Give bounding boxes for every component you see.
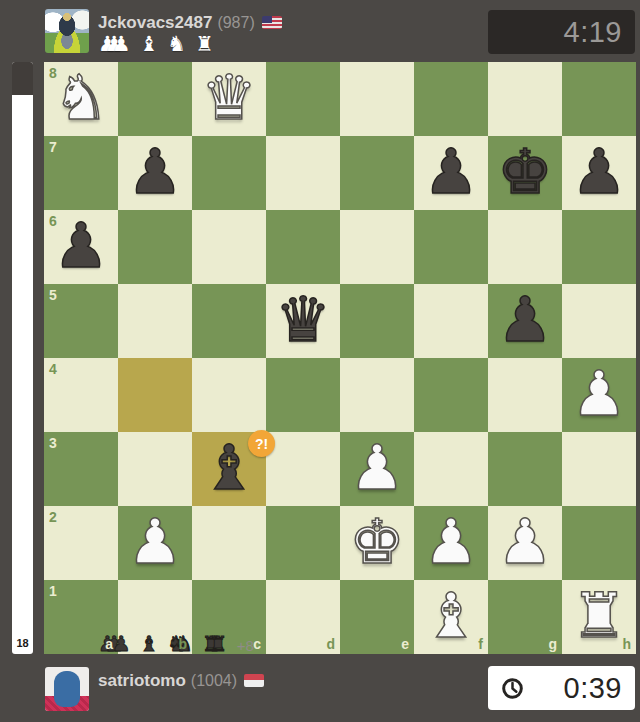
evaluation-score: 18 [12,637,33,649]
square-a2[interactable]: 2 [44,506,118,580]
rank-label-1: 1 [49,583,57,599]
square-a3[interactable]: 3 [44,432,118,506]
square-b7[interactable]: ♟ [118,136,192,210]
square-g7[interactable]: ♚ [488,136,562,210]
file-label-e: e [401,636,409,652]
square-f7[interactable]: ♟ [414,136,488,210]
square-e7[interactable] [340,136,414,210]
square-e1[interactable]: e [340,580,414,654]
square-a8[interactable]: 8♞ [44,62,118,136]
captured-pawn-icon: ♟ [112,33,131,55]
square-g2[interactable]: ♟ [488,506,562,580]
file-label-g: g [548,636,557,652]
square-h1[interactable]: h♜ [562,580,636,654]
black-pawn[interactable]: ♟ [118,136,192,210]
material-advantage: +8 [237,637,254,655]
top-player-bar: Jckovacs2487(987) ♟♟♟♝♞♜ 4:19 [0,0,640,62]
rank-label-4: 4 [49,361,57,377]
white-bishop[interactable]: ♝ [414,580,488,654]
captured-knight-group: ♞ [167,33,186,55]
square-d1[interactable]: d [266,580,340,654]
captured-rook-group: ♜ [195,33,214,55]
square-e8[interactable] [340,62,414,136]
captured-rook-group: ♜♜ [202,633,228,655]
square-d8[interactable] [266,62,340,136]
captured-rook-icon: ♜ [209,633,228,655]
captured-pawn-icon: ♟ [112,633,131,655]
square-e4[interactable] [340,358,414,432]
square-f5[interactable] [414,284,488,358]
top-player-clock: 4:19 [488,10,635,54]
bottom-player-rating: (1004) [191,672,237,689]
captured-bishop-group: ♝ [139,33,158,55]
square-c5[interactable] [192,284,266,358]
rank-label-5: 5 [49,287,57,303]
captured-rook-icon: ♜ [195,33,214,55]
square-c4[interactable] [192,358,266,432]
evaluation-bar-black-portion [12,62,33,95]
square-a4[interactable]: 4 [44,358,118,432]
square-h7[interactable]: ♟ [562,136,636,210]
square-f4[interactable] [414,358,488,432]
black-pawn[interactable]: ♟ [488,284,562,358]
square-g6[interactable] [488,210,562,284]
file-label-a: a [105,636,113,652]
square-d6[interactable] [266,210,340,284]
file-label-c: c [253,636,261,652]
top-player-rating: (987) [217,14,254,31]
captured-pawn-group: ♟♟♟ [98,33,130,55]
square-h6[interactable] [562,210,636,284]
bottom-player-avatar[interactable] [45,667,89,711]
captured-pawn-group: ♟♟♟ [98,633,130,655]
black-pawn[interactable]: ♟ [562,136,636,210]
square-b6[interactable] [118,210,192,284]
top-clock-time: 4:19 [488,16,635,49]
square-d5[interactable]: ♛ [266,284,340,358]
square-a1[interactable]: 1a [44,580,118,654]
square-g5[interactable]: ♟ [488,284,562,358]
square-a6[interactable]: 6♟ [44,210,118,284]
us-flag-icon [262,16,282,29]
square-h3[interactable] [562,432,636,506]
square-b3[interactable] [118,432,192,506]
captured-bishop-icon: ♝ [139,33,158,55]
white-pawn[interactable]: ♟ [340,432,414,506]
square-c3[interactable]: ♝?! [192,432,266,506]
square-e6[interactable] [340,210,414,284]
square-d3[interactable] [266,432,340,506]
file-label-h: h [622,636,631,652]
square-h2[interactable] [562,506,636,580]
square-b4[interactable] [118,358,192,432]
rank-label-8: 8 [49,65,57,81]
square-f2[interactable]: ♟ [414,506,488,580]
square-h4[interactable]: ♟ [562,358,636,432]
white-pawn[interactable]: ♟ [118,506,192,580]
black-king[interactable]: ♚ [488,136,562,210]
square-f1[interactable]: f♝ [414,580,488,654]
file-label-f: f [478,636,483,652]
move-classification-badge: ?! [248,430,275,457]
square-b5[interactable] [118,284,192,358]
square-g3[interactable] [488,432,562,506]
file-label-d: d [326,636,335,652]
square-e2[interactable]: ♚ [340,506,414,580]
clock-icon [501,677,524,700]
square-d4[interactable] [266,358,340,432]
bottom-captured-pieces: ♟♟♟♝♞♞♜♜+8 [98,633,254,655]
chess-board[interactable]: 8♞♛7♟♟♚♟6♟5♛♟4♟3♝?!♟2♟♚♟♟1abcdef♝gh♜ [44,62,636,654]
white-pawn[interactable]: ♟ [414,506,488,580]
square-b2[interactable]: ♟ [118,506,192,580]
square-h5[interactable] [562,284,636,358]
square-c7[interactable] [192,136,266,210]
white-king[interactable]: ♚ [340,506,414,580]
bottom-player-name[interactable]: satriotomo [98,671,186,690]
captured-bishop-group: ♝ [139,633,158,655]
file-label-b: b [178,636,187,652]
square-f3[interactable] [414,432,488,506]
bottom-player-clock: 0:39 [488,666,635,710]
square-h8[interactable] [562,62,636,136]
square-e3[interactable]: ♟ [340,432,414,506]
square-g4[interactable] [488,358,562,432]
square-c2[interactable] [192,506,266,580]
square-f8[interactable] [414,62,488,136]
square-d7[interactable] [266,136,340,210]
evaluation-bar[interactable]: 18 [12,62,33,654]
bottom-player-bar: satriotomo(1004) ♟♟♟♝♞♞♜♜+8 0:39 [0,660,640,722]
white-queen[interactable]: ♛ [192,62,266,136]
white-pawn[interactable]: ♟ [488,506,562,580]
top-player-name[interactable]: Jckovacs2487 [98,13,212,32]
top-player-avatar[interactable] [45,9,89,53]
rank-label-3: 3 [49,435,57,451]
indonesia-flag-icon [244,674,264,687]
rank-label-6: 6 [49,213,57,229]
top-captured-pieces: ♟♟♟♝♞♜ [98,33,214,55]
black-pawn[interactable]: ♟ [414,136,488,210]
white-pawn[interactable]: ♟ [562,358,636,432]
captured-bishop-icon: ♝ [139,633,158,655]
square-f6[interactable] [414,210,488,284]
rank-label-7: 7 [49,139,57,155]
square-a5[interactable]: 5 [44,284,118,358]
square-c6[interactable] [192,210,266,284]
square-g8[interactable] [488,62,562,136]
square-d2[interactable] [266,506,340,580]
square-a7[interactable]: 7 [44,136,118,210]
black-queen[interactable]: ♛ [266,284,340,358]
square-g1[interactable]: g [488,580,562,654]
square-c8[interactable]: ♛ [192,62,266,136]
square-e5[interactable] [340,284,414,358]
rank-label-2: 2 [49,509,57,525]
square-b8[interactable] [118,62,192,136]
captured-knight-icon: ♞ [167,33,186,55]
bottom-clock-time: 0:39 [524,672,635,705]
